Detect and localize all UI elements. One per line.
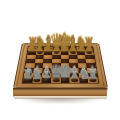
board-square: ♞ xyxy=(32,78,42,83)
box-front-face xyxy=(13,88,108,97)
piece-silver-knight: ♞ xyxy=(77,67,90,81)
chess-board: ♜♞♝♛♚♝♞♜♟♟♟♟♟♟♟♟♟♟♟♟♟♟♟♟♜♞♝♛♚♝♞♜ xyxy=(13,43,108,88)
chess-set-product-photo: ♜♞♝♛♚♝♞♜♟♟♟♟♟♟♟♟♟♟♟♟♟♟♟♟♜♞♝♛♚♝♞♜ xyxy=(0,0,120,120)
piece-gold-pawn: ♟ xyxy=(84,42,94,53)
board-grid: ♜♞♝♛♚♝♞♜♟♟♟♟♟♟♟♟♟♟♟♟♟♟♟♟♜♞♝♛♚♝♞♜ xyxy=(21,46,99,83)
piece-silver-knight: ♞ xyxy=(30,67,43,81)
board-square: ♞ xyxy=(78,78,88,83)
